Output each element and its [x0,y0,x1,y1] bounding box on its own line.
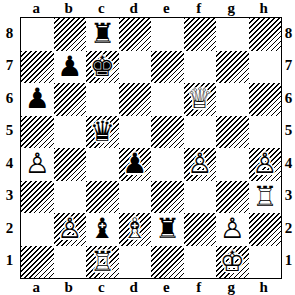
square-f8[interactable] [184,18,217,51]
square-g4[interactable] [216,148,249,181]
square-e2[interactable]: ♜ [151,213,184,246]
square-h5[interactable] [249,116,282,149]
rank-label-8-right: 8 [282,17,295,50]
piece-black-pawn: ♟ [122,148,147,181]
piece-white-king: ♔ [220,246,245,279]
piece-white-queen: ♕ [187,83,212,116]
square-h4[interactable]: ♙ [249,148,282,181]
square-c8[interactable]: ♜ [86,18,119,51]
square-f3[interactable] [184,181,217,214]
square-b6[interactable] [54,83,87,116]
file-label-f-bottom: f [183,279,216,295]
square-f1[interactable] [184,246,217,279]
square-d7[interactable] [119,51,152,84]
square-a2[interactable] [21,213,54,246]
rank-label-2-left: 2 [0,212,19,245]
square-d4[interactable]: ♟ [119,148,152,181]
square-c4[interactable] [86,148,119,181]
square-f4[interactable]: ♙ [184,148,217,181]
square-h7[interactable] [249,51,282,84]
piece-white-pawn: ♙ [252,148,277,181]
square-g7[interactable] [216,51,249,84]
rank-label-2-right: 2 [282,212,295,245]
piece-white-pawn: ♙ [187,148,212,181]
square-a5[interactable] [21,116,54,149]
square-e5[interactable] [151,116,184,149]
square-e7[interactable] [151,51,184,84]
square-f7[interactable] [184,51,217,84]
rank-label-5-left: 5 [0,115,19,148]
square-b5[interactable] [54,116,87,149]
piece-black-rook: ♜ [90,18,115,51]
square-b8[interactable] [54,18,87,51]
square-c3[interactable] [86,181,119,214]
piece-black-queen: ♛ [90,116,115,149]
square-d3[interactable] [119,181,152,214]
square-c7[interactable]: ♚ [86,51,119,84]
square-g1[interactable]: ♔ [216,246,249,279]
rank-label-4-left: 4 [0,147,19,180]
square-g8[interactable] [216,18,249,51]
rank-label-1-right: 1 [282,245,295,278]
rank-label-3-right: 3 [282,180,295,213]
file-label-a-bottom: a [20,279,53,295]
file-label-h-top: h [248,0,281,17]
square-b4[interactable] [54,148,87,181]
file-label-g-top: g [215,0,248,17]
square-f5[interactable] [184,116,217,149]
square-c5[interactable]: ♛ [86,116,119,149]
piece-black-bishop: ♝ [90,213,115,246]
square-d6[interactable] [119,83,152,116]
file-label-g-bottom: g [215,279,248,295]
piece-white-rook: ♖ [90,246,115,279]
square-e4[interactable] [151,148,184,181]
rank-label-1-left: 1 [0,245,19,278]
square-e1[interactable] [151,246,184,279]
square-d1[interactable] [119,246,152,279]
file-label-a-top: a [20,0,53,17]
square-h2[interactable] [249,213,282,246]
piece-white-pawn: ♙ [57,213,82,246]
square-e8[interactable] [151,18,184,51]
square-b7[interactable]: ♟ [54,51,87,84]
square-h3[interactable]: ♖ [249,181,282,214]
square-d2[interactable]: ♗ [119,213,152,246]
square-c6[interactable] [86,83,119,116]
file-label-e-top: e [150,0,183,17]
square-d5[interactable] [119,116,152,149]
square-a8[interactable] [21,18,54,51]
file-label-e-bottom: e [150,279,183,295]
square-b1[interactable] [54,246,87,279]
square-a7[interactable] [21,51,54,84]
square-d8[interactable] [119,18,152,51]
square-g6[interactable] [216,83,249,116]
file-label-d-bottom: d [118,279,151,295]
piece-white-rook: ♖ [252,181,277,214]
square-e3[interactable] [151,181,184,214]
rank-label-6-left: 6 [0,82,19,115]
file-label-b-bottom: b [53,279,86,295]
square-a3[interactable] [21,181,54,214]
piece-white-pawn: ♙ [25,148,50,181]
rank-label-8-left: 8 [0,17,19,50]
square-e6[interactable] [151,83,184,116]
square-h1[interactable] [249,246,282,279]
rank-label-6-right: 6 [282,82,295,115]
file-label-b-top: b [53,0,86,17]
square-b2[interactable]: ♙ [54,213,87,246]
square-g5[interactable] [216,116,249,149]
piece-black-king: ♚ [90,51,115,84]
file-label-h-bottom: h [248,279,281,295]
square-g3[interactable] [216,181,249,214]
square-a6[interactable]: ♟ [21,83,54,116]
square-c2[interactable]: ♝ [86,213,119,246]
square-h8[interactable] [249,18,282,51]
square-f6[interactable]: ♕ [184,83,217,116]
rank-label-5-right: 5 [282,115,295,148]
square-f2[interactable] [184,213,217,246]
piece-black-rook: ♜ [155,213,180,246]
piece-black-pawn: ♟ [57,51,82,84]
rank-label-7-left: 7 [0,50,19,83]
piece-white-pawn: ♙ [220,213,245,246]
piece-black-pawn: ♟ [25,83,50,116]
square-a4[interactable]: ♙ [21,148,54,181]
rank-label-3-left: 3 [0,180,19,213]
square-a1[interactable] [21,246,54,279]
chess-board: ♜♟♚♟♕♛♙♟♙♙♖♙♝♗♜♙♖♔ [20,17,282,279]
square-h6[interactable] [249,83,282,116]
piece-white-bishop: ♗ [122,213,147,246]
square-b3[interactable] [54,181,87,214]
file-label-f-top: f [183,0,216,17]
chess-diagram: ♜♟♚♟♕♛♙♟♙♙♖♙♝♗♜♙♖♔ aabbccddeeffgghh88776… [0,0,295,295]
square-g2[interactable]: ♙ [216,213,249,246]
rank-label-7-right: 7 [282,50,295,83]
file-label-d-top: d [118,0,151,17]
square-c1[interactable]: ♖ [86,246,119,279]
file-label-c-top: c [85,0,118,17]
rank-label-4-right: 4 [282,147,295,180]
file-label-c-bottom: c [85,279,118,295]
